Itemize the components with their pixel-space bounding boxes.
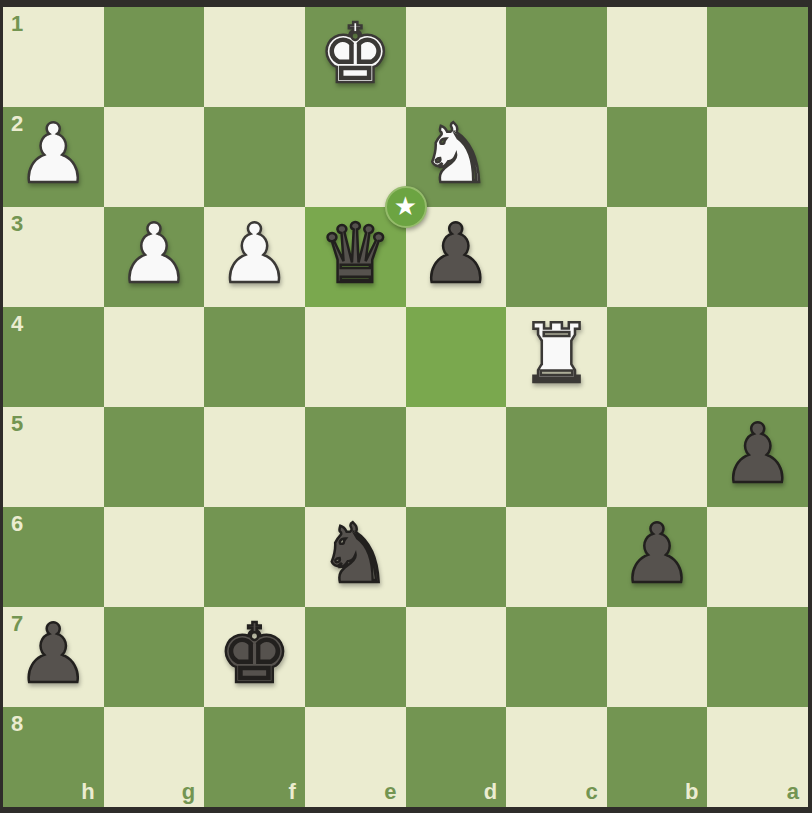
square-f1[interactable]: [204, 7, 305, 107]
file-label-g: g: [182, 781, 195, 803]
square-h4[interactable]: 4: [3, 307, 104, 407]
square-d8[interactable]: d: [406, 707, 507, 807]
file-label-a: a: [787, 781, 799, 803]
square-b4[interactable]: [607, 307, 708, 407]
square-e4[interactable]: [305, 307, 406, 407]
square-h6[interactable]: 6: [3, 507, 104, 607]
square-d1[interactable]: [406, 7, 507, 107]
file-label-c: c: [586, 781, 598, 803]
piece-black-pawn[interactable]: ♟: [620, 513, 694, 595]
piece-white-pawn[interactable]: ♟: [17, 113, 91, 195]
square-c2[interactable]: [506, 107, 607, 207]
square-a3[interactable]: [707, 207, 808, 307]
square-h1[interactable]: 1: [3, 7, 104, 107]
square-g4[interactable]: [104, 307, 205, 407]
square-e3[interactable]: ♛★: [305, 207, 406, 307]
square-b2[interactable]: [607, 107, 708, 207]
square-h2[interactable]: 2♟: [3, 107, 104, 207]
rank-label-3: 3: [11, 213, 23, 235]
rank-label-4: 4: [11, 313, 23, 335]
square-c3[interactable]: [506, 207, 607, 307]
square-c5[interactable]: [506, 407, 607, 507]
square-g3[interactable]: ♟: [104, 207, 205, 307]
piece-white-pawn[interactable]: ♟: [117, 213, 191, 295]
square-h7[interactable]: 7♟: [3, 607, 104, 707]
square-a2[interactable]: [707, 107, 808, 207]
rank-label-8: 8: [11, 713, 23, 735]
square-a8[interactable]: a: [707, 707, 808, 807]
square-c7[interactable]: [506, 607, 607, 707]
square-g2[interactable]: [104, 107, 205, 207]
piece-white-pawn[interactable]: ♟: [218, 213, 292, 295]
square-g7[interactable]: [104, 607, 205, 707]
square-a1[interactable]: [707, 7, 808, 107]
square-e6[interactable]: ♞: [305, 507, 406, 607]
piece-black-queen[interactable]: ♛: [318, 213, 392, 295]
file-label-h: h: [81, 781, 94, 803]
file-label-f: f: [289, 781, 296, 803]
square-g8[interactable]: g: [104, 707, 205, 807]
square-f5[interactable]: [204, 407, 305, 507]
square-f3[interactable]: ♟: [204, 207, 305, 307]
square-f7[interactable]: ♚: [204, 607, 305, 707]
rank-label-5: 5: [11, 413, 23, 435]
piece-black-pawn[interactable]: ♟: [17, 613, 91, 695]
square-g1[interactable]: [104, 7, 205, 107]
square-a6[interactable]: [707, 507, 808, 607]
square-f2[interactable]: [204, 107, 305, 207]
square-f8[interactable]: f: [204, 707, 305, 807]
piece-black-pawn[interactable]: ♟: [721, 413, 795, 495]
square-g5[interactable]: [104, 407, 205, 507]
square-h5[interactable]: 5: [3, 407, 104, 507]
square-b6[interactable]: ♟: [607, 507, 708, 607]
square-d4[interactable]: [406, 307, 507, 407]
rank-label-1: 1: [11, 13, 23, 35]
piece-white-knight[interactable]: ♞: [419, 113, 493, 195]
rank-label-6: 6: [11, 513, 23, 535]
square-e8[interactable]: e: [305, 707, 406, 807]
square-d5[interactable]: [406, 407, 507, 507]
square-a4[interactable]: [707, 307, 808, 407]
file-label-d: d: [484, 781, 497, 803]
square-h8[interactable]: 8h: [3, 707, 104, 807]
square-e1[interactable]: ♚: [305, 7, 406, 107]
piece-black-king[interactable]: ♚: [218, 613, 292, 695]
star-icon: ★: [394, 193, 417, 219]
square-d6[interactable]: [406, 507, 507, 607]
square-b8[interactable]: b: [607, 707, 708, 807]
piece-black-knight[interactable]: ♞: [318, 513, 392, 595]
file-label-e: e: [384, 781, 396, 803]
square-b7[interactable]: [607, 607, 708, 707]
piece-white-rook[interactable]: ♜: [520, 313, 594, 395]
chess-board[interactable]: 1♚2♟♞3♟♟♛★♟4♜5♟6♞♟7♟♚8hgfedcba: [3, 7, 808, 807]
piece-white-king[interactable]: ♚: [318, 13, 392, 95]
square-c1[interactable]: [506, 7, 607, 107]
square-a5[interactable]: ♟: [707, 407, 808, 507]
square-b5[interactable]: [607, 407, 708, 507]
square-b1[interactable]: [607, 7, 708, 107]
square-e7[interactable]: [305, 607, 406, 707]
square-a7[interactable]: [707, 607, 808, 707]
square-b3[interactable]: [607, 207, 708, 307]
file-label-b: b: [685, 781, 698, 803]
square-f4[interactable]: [204, 307, 305, 407]
square-e5[interactable]: [305, 407, 406, 507]
square-c4[interactable]: ♜: [506, 307, 607, 407]
square-d7[interactable]: [406, 607, 507, 707]
square-g6[interactable]: [104, 507, 205, 607]
chess-board-frame: 1♚2♟♞3♟♟♛★♟4♜5♟6♞♟7♟♚8hgfedcba: [0, 0, 812, 813]
square-f6[interactable]: [204, 507, 305, 607]
best-move-badge: ★: [385, 186, 427, 228]
piece-black-pawn[interactable]: ♟: [419, 213, 493, 295]
square-c6[interactable]: [506, 507, 607, 607]
square-c8[interactable]: c: [506, 707, 607, 807]
square-h3[interactable]: 3: [3, 207, 104, 307]
